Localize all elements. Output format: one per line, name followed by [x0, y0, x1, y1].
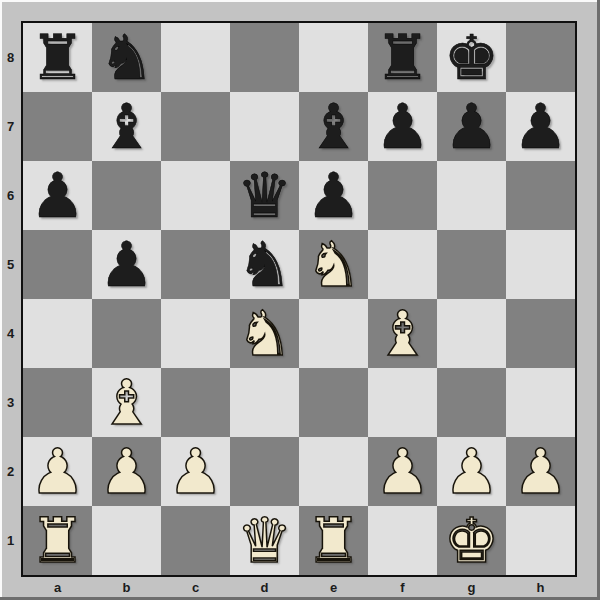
- rank-label-2: 2: [0, 437, 21, 506]
- square-d8[interactable]: [230, 23, 299, 92]
- file-label-a: a: [23, 577, 92, 597]
- square-c1[interactable]: [161, 506, 230, 575]
- square-g4[interactable]: [437, 299, 506, 368]
- file-label-b: b: [92, 577, 161, 597]
- rank-label-3: 3: [0, 368, 21, 437]
- piece-white-rook[interactable]: ♜: [30, 510, 86, 572]
- square-c3[interactable]: [161, 368, 230, 437]
- square-d7[interactable]: [230, 92, 299, 161]
- square-b6[interactable]: [92, 161, 161, 230]
- piece-white-pawn[interactable]: ♟: [444, 441, 500, 503]
- rank-label-6: 6: [0, 161, 21, 230]
- rank-label-7: 7: [0, 92, 21, 161]
- square-e2[interactable]: [299, 437, 368, 506]
- square-f3[interactable]: [368, 368, 437, 437]
- file-label-e: e: [299, 577, 368, 597]
- square-b5[interactable]: ♟: [92, 230, 161, 299]
- piece-white-pawn[interactable]: ♟: [99, 441, 155, 503]
- square-d2[interactable]: [230, 437, 299, 506]
- square-e6[interactable]: ♟: [299, 161, 368, 230]
- square-a4[interactable]: [23, 299, 92, 368]
- square-f1[interactable]: [368, 506, 437, 575]
- square-g6[interactable]: [437, 161, 506, 230]
- piece-black-bishop[interactable]: ♝: [306, 96, 362, 158]
- square-d3[interactable]: [230, 368, 299, 437]
- piece-black-pawn[interactable]: ♟: [375, 96, 431, 158]
- square-a8[interactable]: ♜: [23, 23, 92, 92]
- square-e5[interactable]: ♞: [299, 230, 368, 299]
- piece-white-pawn[interactable]: ♟: [168, 441, 224, 503]
- square-a7[interactable]: [23, 92, 92, 161]
- square-e8[interactable]: [299, 23, 368, 92]
- square-f2[interactable]: ♟: [368, 437, 437, 506]
- square-d6[interactable]: ♛: [230, 161, 299, 230]
- chessboard-frame: 87654321 ♜♞♜♚♝♝♟♟♟♟♛♟♟♞♞♞♝♝♟♟♟♟♟♟♜♛♜♚ ab…: [0, 0, 600, 600]
- square-b7[interactable]: ♝: [92, 92, 161, 161]
- piece-white-pawn[interactable]: ♟: [30, 441, 86, 503]
- square-g3[interactable]: [437, 368, 506, 437]
- square-a5[interactable]: [23, 230, 92, 299]
- square-c2[interactable]: ♟: [161, 437, 230, 506]
- square-h8[interactable]: [506, 23, 575, 92]
- piece-white-rook[interactable]: ♜: [306, 510, 362, 572]
- square-e1[interactable]: ♜: [299, 506, 368, 575]
- piece-white-knight[interactable]: ♞: [306, 234, 362, 296]
- rank-label-4: 4: [0, 299, 21, 368]
- piece-white-queen[interactable]: ♛: [237, 510, 293, 572]
- square-h1[interactable]: [506, 506, 575, 575]
- file-label-f: f: [368, 577, 437, 597]
- file-label-g: g: [437, 577, 506, 597]
- piece-black-pawn[interactable]: ♟: [444, 96, 500, 158]
- square-a2[interactable]: ♟: [23, 437, 92, 506]
- piece-black-knight[interactable]: ♞: [99, 27, 155, 89]
- piece-white-king[interactable]: ♚: [444, 510, 500, 572]
- square-e3[interactable]: [299, 368, 368, 437]
- piece-white-bishop[interactable]: ♝: [99, 372, 155, 434]
- piece-black-knight[interactable]: ♞: [237, 234, 293, 296]
- square-b3[interactable]: ♝: [92, 368, 161, 437]
- rank-label-8: 8: [0, 23, 21, 92]
- piece-black-pawn[interactable]: ♟: [99, 234, 155, 296]
- chess-board: ♜♞♜♚♝♝♟♟♟♟♛♟♟♞♞♞♝♝♟♟♟♟♟♟♜♛♜♚: [21, 21, 577, 577]
- rank-label-1: 1: [0, 506, 21, 575]
- square-a3[interactable]: [23, 368, 92, 437]
- square-a6[interactable]: ♟: [23, 161, 92, 230]
- file-label-h: h: [506, 577, 575, 597]
- square-c4[interactable]: [161, 299, 230, 368]
- square-h3[interactable]: [506, 368, 575, 437]
- file-labels: abcdefgh: [23, 577, 575, 597]
- square-h6[interactable]: [506, 161, 575, 230]
- piece-black-pawn[interactable]: ♟: [513, 96, 569, 158]
- square-c8[interactable]: [161, 23, 230, 92]
- piece-white-bishop[interactable]: ♝: [375, 303, 431, 365]
- file-label-c: c: [161, 577, 230, 597]
- piece-white-knight[interactable]: ♞: [237, 303, 293, 365]
- file-label-d: d: [230, 577, 299, 597]
- piece-black-bishop[interactable]: ♝: [99, 96, 155, 158]
- square-d1[interactable]: ♛: [230, 506, 299, 575]
- square-f8[interactable]: ♜: [368, 23, 437, 92]
- square-a1[interactable]: ♜: [23, 506, 92, 575]
- square-h2[interactable]: ♟: [506, 437, 575, 506]
- piece-black-rook[interactable]: ♜: [375, 27, 431, 89]
- piece-black-queen[interactable]: ♛: [237, 165, 293, 227]
- square-g1[interactable]: ♚: [437, 506, 506, 575]
- piece-black-pawn[interactable]: ♟: [306, 165, 362, 227]
- square-h5[interactable]: [506, 230, 575, 299]
- square-g5[interactable]: [437, 230, 506, 299]
- square-e4[interactable]: [299, 299, 368, 368]
- square-f4[interactable]: ♝: [368, 299, 437, 368]
- square-c5[interactable]: [161, 230, 230, 299]
- square-f6[interactable]: [368, 161, 437, 230]
- piece-black-rook[interactable]: ♜: [30, 27, 86, 89]
- rank-labels: 87654321: [0, 23, 21, 575]
- square-b4[interactable]: [92, 299, 161, 368]
- square-b8[interactable]: ♞: [92, 23, 161, 92]
- square-g2[interactable]: ♟: [437, 437, 506, 506]
- piece-black-king[interactable]: ♚: [444, 27, 500, 89]
- square-d4[interactable]: ♞: [230, 299, 299, 368]
- square-b1[interactable]: [92, 506, 161, 575]
- piece-white-pawn[interactable]: ♟: [513, 441, 569, 503]
- piece-white-pawn[interactable]: ♟: [375, 441, 431, 503]
- piece-black-pawn[interactable]: ♟: [30, 165, 86, 227]
- square-c6[interactable]: [161, 161, 230, 230]
- square-h7[interactable]: ♟: [506, 92, 575, 161]
- square-e7[interactable]: ♝: [299, 92, 368, 161]
- square-g7[interactable]: ♟: [437, 92, 506, 161]
- square-c7[interactable]: [161, 92, 230, 161]
- square-f5[interactable]: [368, 230, 437, 299]
- square-d5[interactable]: ♞: [230, 230, 299, 299]
- square-f7[interactable]: ♟: [368, 92, 437, 161]
- square-g8[interactable]: ♚: [437, 23, 506, 92]
- square-h4[interactable]: [506, 299, 575, 368]
- square-b2[interactable]: ♟: [92, 437, 161, 506]
- rank-label-5: 5: [0, 230, 21, 299]
